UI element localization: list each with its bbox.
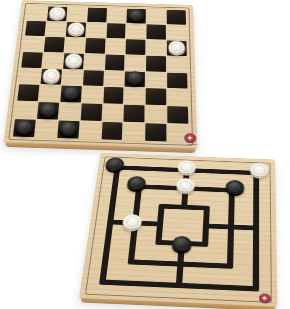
morris-point-outer-e[interactable] [253,223,265,233]
morris-point-middle-se[interactable] [226,263,239,274]
morris-point-middle-e[interactable] [228,222,240,232]
checkers-board: ✦ ESTRELA [4,0,198,149]
checker-black-b2[interactable] [39,102,58,117]
morris-black-middle-ne[interactable] [225,180,244,195]
estrela-star-icon: ✦ [259,293,271,303]
checker-white-c7[interactable] [67,22,84,35]
brand-name: ESTRELA [188,143,192,145]
morris-point-outer-sw[interactable] [92,279,106,290]
product-photo-double-sided-board: { "scene": { "description": "Overhead pr… [0,0,290,309]
checker-white-c5[interactable] [65,53,83,67]
checker-black-c1[interactable] [59,120,78,135]
checker-white-h6[interactable] [168,40,185,53]
morris-board: ✦ [79,153,277,308]
checker-black-f8[interactable] [128,9,144,22]
estrela-star-icon: ✦ [184,133,196,143]
morris-white-outer-ne[interactable] [250,163,268,177]
morris-play-area [99,165,259,291]
checker-white-b4[interactable] [42,69,60,83]
checker-black-a1[interactable] [15,119,34,134]
checker-white-b8[interactable] [49,7,66,20]
checker-black-f4[interactable] [126,71,143,85]
morris-point-outer-s[interactable] [172,283,185,294]
estrela-logo: ✦ ESTRELA [183,133,196,149]
estrela-logo: ✦ [258,293,271,303]
checkers-pieces [13,6,189,142]
checker-black-c3[interactable] [62,86,80,100]
